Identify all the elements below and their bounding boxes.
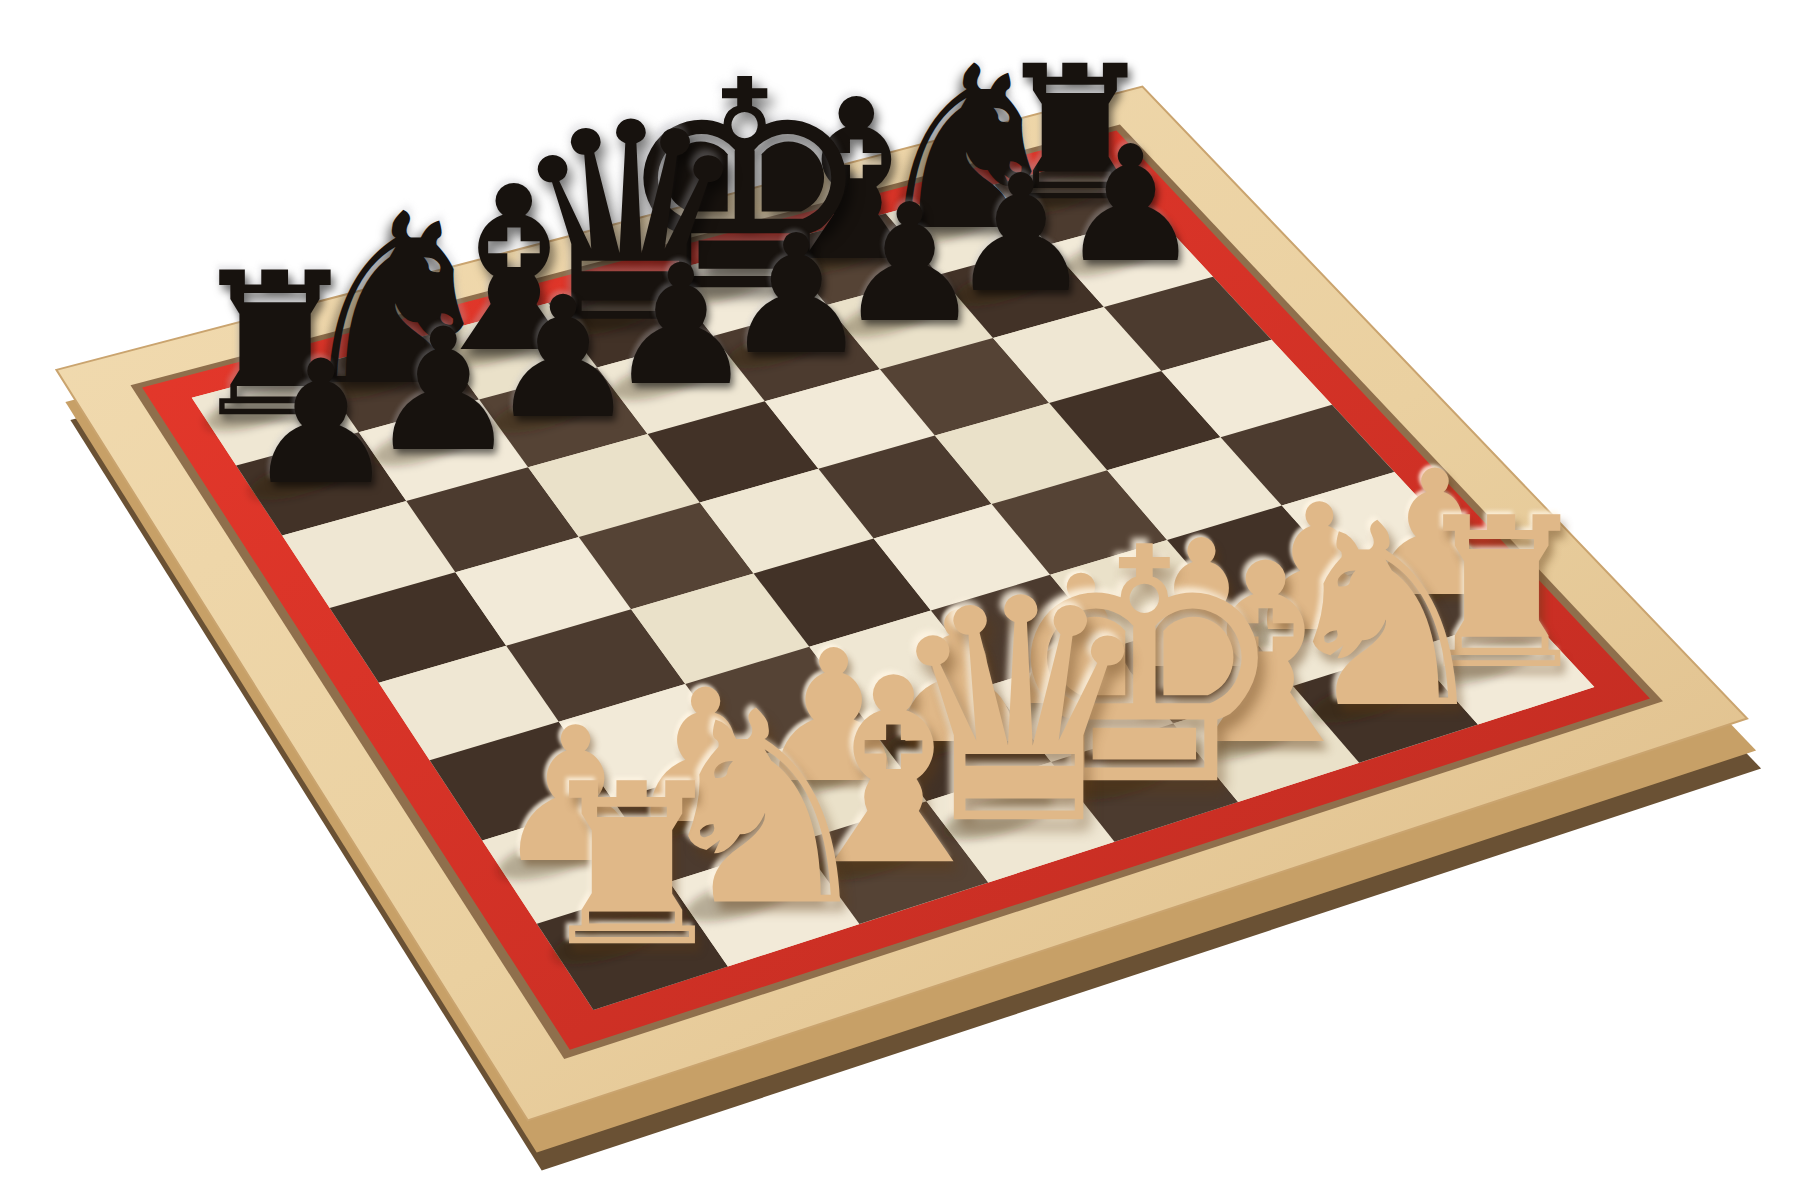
board-geometry (56, 87, 1761, 1171)
chess-set-photo: ♜♞♝♟♚♟♛♟♝♟♞♟♜♟♟♟♟♟♟♜♟♞♟♝♟♚♟♛♟♝♞♜ (0, 0, 1818, 1200)
chessboard (0, 0, 1818, 1200)
